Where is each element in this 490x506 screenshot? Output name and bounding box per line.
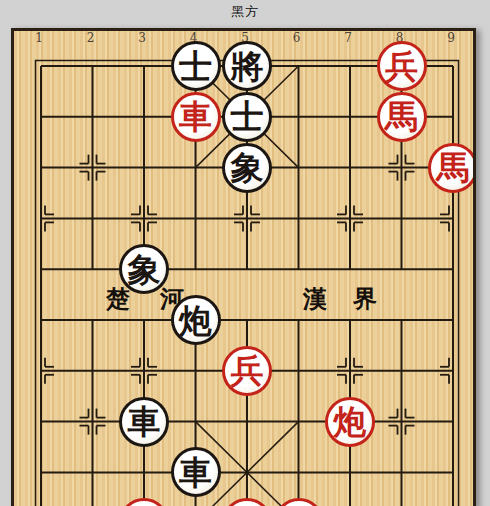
piece-red-soldier-f5r7[interactable]: 兵 xyxy=(222,346,272,396)
piece-red-horse-f9r3[interactable]: 馬 xyxy=(428,143,476,193)
piece-black-chariot-f3r8[interactable]: 車 xyxy=(119,397,169,447)
piece-red-horse-f8r2[interactable]: 馬 xyxy=(377,92,427,142)
piece-black-cannon-f4r6[interactable]: 炮 xyxy=(171,295,221,345)
piece-red-soldier-f8r1[interactable]: 兵 xyxy=(377,41,427,91)
piece-black-advisor-f4r1[interactable]: 士 xyxy=(171,41,221,91)
piece-red-cannon-f7r8[interactable]: 炮 xyxy=(325,397,375,447)
river-label-han-jie: 漢界 xyxy=(303,283,403,315)
xiangqi-board[interactable]: 123456789 楚河 漢界 士將兵車士馬象馬象炮兵車炮車 xyxy=(11,28,476,506)
piece-black-elephant-f3r5[interactable]: 象 xyxy=(119,244,169,294)
piece-black-advisor-f5r2[interactable]: 士 xyxy=(222,92,272,142)
piece-black-elephant-f5r3[interactable]: 象 xyxy=(222,143,272,193)
app-window: 黑方 123456789 楚河 漢界 士將兵車士馬象馬象炮兵車炮車 xyxy=(0,0,490,506)
side-label: 黑方 xyxy=(0,3,490,21)
piece-black-general-f5r1[interactable]: 將 xyxy=(222,41,272,91)
piece-red-chariot-f4r2[interactable]: 車 xyxy=(171,92,221,142)
piece-black-chariot-f4r9[interactable]: 車 xyxy=(171,447,221,497)
